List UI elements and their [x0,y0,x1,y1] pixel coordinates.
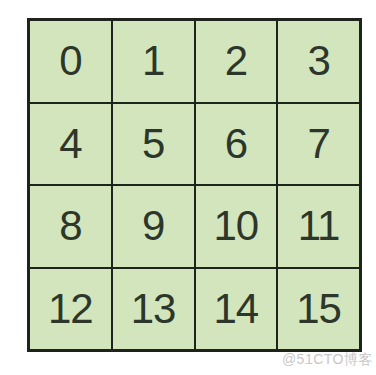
grid-cell-r0c2: 2 [195,20,278,103]
grid-cell-r0c1: 1 [112,20,195,103]
cell-value: 10 [214,205,259,247]
cell-value: 0 [59,40,81,82]
grid-cell-r1c3: 7 [277,103,360,186]
page: 0 1 2 3 4 5 6 7 8 9 10 11 12 13 14 15 @5… [0,0,376,375]
grid-cell-r3c0: 12 [29,268,112,351]
grid-cell-r1c0: 4 [29,103,112,186]
cell-value: 4 [59,123,81,165]
cell-value: 7 [307,123,329,165]
watermark: @51CTO博客 [282,351,373,369]
cell-value: 12 [48,288,93,330]
cell-value: 11 [298,205,340,247]
grid-cell-r1c1: 5 [112,103,195,186]
cell-value: 13 [131,288,176,330]
cell-value: 9 [142,205,164,247]
grid-cell-r2c1: 9 [112,185,195,268]
grid-cell-r2c2: 10 [195,185,278,268]
cell-value: 6 [225,123,247,165]
grid-cell-r0c3: 3 [277,20,360,103]
cell-value: 15 [296,288,341,330]
grid-cell-r3c2: 14 [195,268,278,351]
grid-cell-r2c3: 11 [277,185,360,268]
grid-cell-r3c3: 15 [277,268,360,351]
number-grid-board: 0 1 2 3 4 5 6 7 8 9 10 11 12 13 14 15 [27,18,362,352]
cell-value: 8 [59,205,81,247]
cell-value: 2 [225,40,247,82]
cell-value: 1 [142,40,164,82]
grid-cell-r2c0: 8 [29,185,112,268]
grid-cell-r1c2: 6 [195,103,278,186]
cell-value: 14 [214,288,259,330]
grid-cell-r0c0: 0 [29,20,112,103]
cell-value: 5 [142,123,164,165]
cell-value: 3 [307,40,329,82]
grid-cell-r3c1: 13 [112,268,195,351]
